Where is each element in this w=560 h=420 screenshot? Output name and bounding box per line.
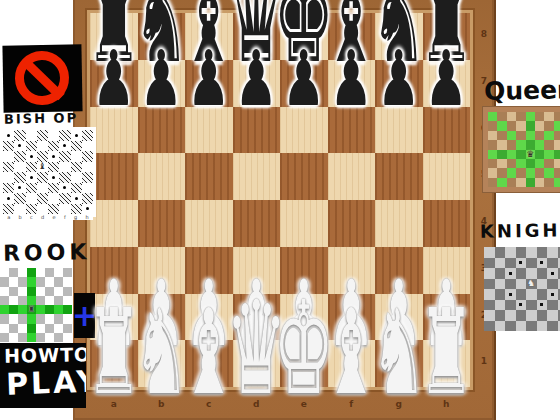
diagram-cell xyxy=(63,277,72,286)
diagram-cell xyxy=(495,247,506,258)
diagram-cell xyxy=(45,314,54,323)
diagram-cell xyxy=(26,151,37,162)
diagram-cell xyxy=(484,268,495,279)
diagram-cell xyxy=(18,268,27,277)
diagram-cell xyxy=(3,183,14,194)
square-c5[interactable] xyxy=(185,153,233,200)
diagram-cell xyxy=(71,151,82,162)
diagram-cell xyxy=(516,247,527,258)
diagram-cell xyxy=(535,150,544,159)
diagram-cell xyxy=(0,287,9,296)
diagram-cell xyxy=(3,130,14,141)
diagram-cell xyxy=(36,268,45,277)
move-dot xyxy=(30,176,33,179)
diagram-cell xyxy=(554,131,560,140)
diagram-cell xyxy=(516,178,525,187)
square-d5[interactable] xyxy=(233,153,281,200)
piece-black-pawn-f7[interactable]: ♟ xyxy=(330,40,373,117)
move-dot xyxy=(75,134,78,137)
bishop-coord-letter: a xyxy=(7,214,10,220)
diagram-cell xyxy=(0,333,9,342)
diagram-cell xyxy=(505,300,516,311)
diagram-cell xyxy=(37,172,48,183)
diagram-piece-rook: ♜ xyxy=(27,305,35,314)
diagram-cell xyxy=(18,314,27,323)
diagram-cell xyxy=(505,321,516,332)
diagram-cell xyxy=(554,178,560,187)
diagram-cell xyxy=(14,193,25,204)
diagram-cell xyxy=(544,131,553,140)
move-dot xyxy=(30,155,33,158)
bishop-coord-letter: b xyxy=(19,214,22,220)
diagram-cell xyxy=(537,289,548,300)
diagram-cell xyxy=(59,183,70,194)
diagram-cell xyxy=(9,305,18,314)
diagram-cell xyxy=(54,305,63,314)
diagram-cell xyxy=(36,305,45,314)
diagram-cell xyxy=(537,310,548,321)
diagram-cell xyxy=(82,172,93,183)
diagram-cell xyxy=(484,258,495,269)
diagram-cell xyxy=(488,140,497,149)
diagram-cell xyxy=(0,296,9,305)
diagram-cell xyxy=(526,258,537,269)
diagram-cell xyxy=(516,131,525,140)
diagram-cell: ♝ xyxy=(37,162,48,173)
diagram-cell xyxy=(547,258,558,269)
how-to-play-line1: HOWTO xyxy=(4,343,86,367)
diagram-cell xyxy=(63,296,72,305)
diagram-cell xyxy=(48,130,59,141)
square-g4[interactable] xyxy=(375,200,423,247)
diagram-cell xyxy=(544,140,553,149)
diagram-cell xyxy=(71,183,82,194)
knight-diagram-label: KNIGHT xyxy=(480,219,560,242)
diagram-cell xyxy=(36,277,45,286)
diagram-cell xyxy=(0,277,9,286)
diagram-cell xyxy=(537,247,548,258)
diagram-cell xyxy=(544,168,553,177)
rank-label-1: 1 xyxy=(475,356,493,366)
chess-tutorial-screen: abcdefgh 87654321 ♜♞♝♛♚♝♞♜♟♟♟♟♟♟♟♟♟♟♟♟♟♟… xyxy=(0,0,560,420)
diagram-cell xyxy=(505,279,516,290)
diagram-cell xyxy=(0,324,9,333)
diagram-cell xyxy=(526,247,537,258)
diagram-cell xyxy=(497,112,506,121)
diagram-cell xyxy=(554,121,560,130)
diagram-cell xyxy=(3,151,14,162)
diagram-cell: ♞ xyxy=(526,279,537,290)
diagram-cell xyxy=(516,121,525,130)
diagram-cell xyxy=(544,159,553,168)
diagram-cell xyxy=(495,321,506,332)
diagram-cell xyxy=(54,296,63,305)
diagram-cell xyxy=(71,162,82,173)
diagram-cell xyxy=(495,289,506,300)
diagram-cell xyxy=(48,151,59,162)
diagram-cell xyxy=(484,247,495,258)
diagram-cell xyxy=(82,204,93,215)
diagram-cell xyxy=(554,159,560,168)
diagram-cell xyxy=(37,151,48,162)
diagram-cell xyxy=(516,289,527,300)
diagram-cell: ♜ xyxy=(27,305,36,314)
move-dot xyxy=(63,186,66,189)
diagram-cell xyxy=(71,130,82,141)
square-h5[interactable] xyxy=(423,153,471,200)
diagram-cell xyxy=(526,159,535,168)
diagram-cell xyxy=(37,130,48,141)
diagram-cell xyxy=(27,287,36,296)
queen-diagram-frame: ♛ xyxy=(482,106,560,193)
diagram-cell xyxy=(63,333,72,342)
bishop-moves-diagram: ♝ xyxy=(3,130,93,214)
diagram-cell xyxy=(516,310,527,321)
diagram-cell xyxy=(18,324,27,333)
diagram-cell xyxy=(26,193,37,204)
diagram-cell xyxy=(36,333,45,342)
diagram-cell xyxy=(3,172,14,183)
diagram-cell xyxy=(27,324,36,333)
diagram-cell xyxy=(63,268,72,277)
move-dot xyxy=(540,261,543,264)
diagram-cell xyxy=(505,310,516,321)
square-a4[interactable] xyxy=(90,200,138,247)
diagram-cell xyxy=(484,321,495,332)
diagram-cell xyxy=(82,141,93,152)
diagram-cell xyxy=(526,168,535,177)
diagram-cell xyxy=(37,193,48,204)
diagram-cell xyxy=(554,112,560,121)
diagram-cell xyxy=(82,130,93,141)
diagram-cell xyxy=(505,289,516,300)
diagram-cell xyxy=(9,287,18,296)
diagram-cell xyxy=(0,314,9,323)
diagram-cell xyxy=(59,151,70,162)
diagram-cell xyxy=(535,131,544,140)
diagram-cell xyxy=(63,305,72,314)
diagram-cell xyxy=(45,324,54,333)
diagram-cell xyxy=(9,314,18,323)
diagram-cell xyxy=(526,300,537,311)
diagram-cell xyxy=(9,333,18,342)
diagram-cell xyxy=(507,121,516,130)
diagram-cell xyxy=(59,204,70,215)
move-dot xyxy=(86,207,89,210)
bishop-coord-letter: e xyxy=(53,214,56,220)
diagram-cell xyxy=(537,258,548,269)
diagram-cell xyxy=(535,178,544,187)
diagram-cell xyxy=(537,268,548,279)
diagram-cell xyxy=(45,268,54,277)
piece-black-pawn-e7[interactable]: ♟ xyxy=(282,40,325,117)
move-dot xyxy=(75,197,78,200)
diagram-cell xyxy=(59,193,70,204)
square-f5[interactable] xyxy=(328,153,376,200)
move-dot xyxy=(18,186,21,189)
diagram-cell xyxy=(45,287,54,296)
piece-black-pawn-a7[interactable]: ♟ xyxy=(92,40,135,117)
diagram-cell xyxy=(507,140,516,149)
diagram-cell xyxy=(497,150,506,159)
diagram-cell xyxy=(0,268,9,277)
piece-black-pawn-c7[interactable]: ♟ xyxy=(187,40,230,117)
diagram-cell xyxy=(9,268,18,277)
diagram-cell xyxy=(488,178,497,187)
diagram-cell xyxy=(82,183,93,194)
diagram-cell xyxy=(37,183,48,194)
bishop-coord-letter: f xyxy=(64,214,66,220)
diagram-cell xyxy=(14,141,25,152)
diagram-cell xyxy=(27,333,36,342)
move-dot xyxy=(519,303,522,306)
diagram-cell xyxy=(48,172,59,183)
diagram-cell xyxy=(54,333,63,342)
diagram-cell xyxy=(45,296,54,305)
queen-moves-diagram: ♛ xyxy=(488,112,560,187)
diagram-cell xyxy=(54,314,63,323)
diagram-cell xyxy=(497,168,506,177)
diagram-cell xyxy=(516,150,525,159)
diagram-cell xyxy=(554,168,560,177)
diagram-cell xyxy=(63,324,72,333)
diagram-cell xyxy=(505,258,516,269)
diagram-cell xyxy=(26,204,37,215)
queen-diagram-label: Queen xyxy=(484,75,560,106)
diagram-cell xyxy=(59,172,70,183)
diagram-cell xyxy=(535,121,544,130)
bishop-coord-letter: d xyxy=(41,214,44,220)
diagram-cell xyxy=(484,300,495,311)
diagram-cell: ♛ xyxy=(526,150,535,159)
diagram-cell xyxy=(505,247,516,258)
diagram-cell xyxy=(547,310,558,321)
diagram-cell xyxy=(9,324,18,333)
diagram-cell xyxy=(9,277,18,286)
diagram-piece-bishop: ♝ xyxy=(38,162,46,171)
diagram-cell xyxy=(36,324,45,333)
diagram-cell xyxy=(544,178,553,187)
diagram-cell xyxy=(48,141,59,152)
move-dot xyxy=(509,293,512,296)
diagram-cell xyxy=(18,305,27,314)
diagram-cell xyxy=(48,193,59,204)
diagram-cell xyxy=(488,131,497,140)
diagram-cell xyxy=(516,168,525,177)
diagram-cell xyxy=(526,131,535,140)
square-a5[interactable] xyxy=(90,153,138,200)
diagram-cell xyxy=(488,168,497,177)
diagram-cell xyxy=(14,162,25,173)
diagram-cell xyxy=(547,268,558,279)
diagram-cell xyxy=(516,258,527,269)
diagram-cell xyxy=(488,121,497,130)
diagram-cell xyxy=(9,296,18,305)
diagram-cell xyxy=(495,258,506,269)
diagram-cell xyxy=(26,162,37,173)
diagram-cell xyxy=(497,178,506,187)
diagram-cell xyxy=(516,268,527,279)
square-b5[interactable] xyxy=(138,153,186,200)
diagram-cell xyxy=(71,204,82,215)
diagram-cell xyxy=(547,300,558,311)
diagram-cell xyxy=(36,296,45,305)
diagram-cell xyxy=(27,277,36,286)
diagram-cell xyxy=(54,268,63,277)
diagram-cell xyxy=(526,310,537,321)
diagram-cell xyxy=(59,162,70,173)
diagram-cell xyxy=(535,168,544,177)
move-dot xyxy=(52,155,55,158)
diagram-cell xyxy=(36,287,45,296)
diagram-cell xyxy=(45,333,54,342)
rank-label-8: 8 xyxy=(475,29,493,39)
move-dot xyxy=(540,303,543,306)
piece-white-rook-h1[interactable]: ♜ xyxy=(418,294,474,412)
diagram-cell xyxy=(516,112,525,121)
diagram-cell xyxy=(54,277,63,286)
diagram-cell xyxy=(14,172,25,183)
diagram-cell xyxy=(547,289,558,300)
diagram-cell xyxy=(37,204,48,215)
diagram-cell xyxy=(537,321,548,332)
diagram-cell xyxy=(82,162,93,173)
diagram-cell xyxy=(3,193,14,204)
diagram-cell xyxy=(45,305,54,314)
diagram-cell xyxy=(488,159,497,168)
diagram-cell xyxy=(507,150,516,159)
diagram-cell xyxy=(516,321,527,332)
move-dot xyxy=(551,293,554,296)
diagram-cell xyxy=(497,159,506,168)
diagram-cell xyxy=(516,140,525,149)
diagram-cell xyxy=(507,159,516,168)
diagram-cell xyxy=(516,159,525,168)
diagram-cell xyxy=(507,131,516,140)
diagram-cell xyxy=(26,183,37,194)
piece-black-pawn-h7[interactable]: ♟ xyxy=(425,40,468,117)
diagram-cell xyxy=(547,279,558,290)
diagram-cell xyxy=(547,247,558,258)
diagram-cell xyxy=(59,141,70,152)
diagram-cell xyxy=(484,289,495,300)
diagram-cell xyxy=(63,287,72,296)
diagram-cell xyxy=(505,268,516,279)
diagram-cell xyxy=(488,150,497,159)
move-dot xyxy=(52,176,55,179)
diagram-cell xyxy=(27,314,36,323)
diagram-cell xyxy=(526,289,537,300)
square-e4[interactable] xyxy=(280,200,328,247)
piece-black-pawn-b7[interactable]: ♟ xyxy=(140,40,183,117)
bishop-coord-letter: g xyxy=(74,214,77,220)
diagram-cell xyxy=(495,310,506,321)
diagram-cell xyxy=(48,183,59,194)
diagram-cell xyxy=(48,162,59,173)
no-entry-sticker[interactable] xyxy=(2,44,82,112)
rook-diagram-label: ROOK xyxy=(3,239,91,266)
diagram-cell xyxy=(484,310,495,321)
move-dot xyxy=(7,197,10,200)
move-dot xyxy=(18,144,21,147)
diagram-cell xyxy=(497,121,506,130)
diagram-cell xyxy=(526,178,535,187)
diagram-cell xyxy=(526,121,535,130)
diagram-cell xyxy=(27,268,36,277)
bishop-coord-letter: h xyxy=(86,214,89,220)
diagram-cell xyxy=(63,314,72,323)
diagram-cell xyxy=(45,277,54,286)
diagram-cell xyxy=(71,172,82,183)
diagram-cell xyxy=(3,141,14,152)
square-c4[interactable] xyxy=(185,200,233,247)
diagram-cell xyxy=(54,324,63,333)
how-to-play-button[interactable]: HOWTO PLAY xyxy=(0,343,86,408)
diagram-cell xyxy=(3,204,14,215)
diagram-cell xyxy=(547,321,558,332)
move-dot xyxy=(509,272,512,275)
diagram-cell xyxy=(59,130,70,141)
diagram-cell xyxy=(507,178,516,187)
diagram-cell xyxy=(544,112,553,121)
diagram-cell xyxy=(495,279,506,290)
square-d4[interactable] xyxy=(233,200,281,247)
diagram-cell xyxy=(26,141,37,152)
diagram-cell xyxy=(535,112,544,121)
diagram-cell xyxy=(507,168,516,177)
diagram-cell xyxy=(18,277,27,286)
square-e5[interactable] xyxy=(280,153,328,200)
diagram-cell xyxy=(537,300,548,311)
diagram-cell xyxy=(71,193,82,204)
diagram-cell xyxy=(526,321,537,332)
piece-black-pawn-d7[interactable]: ♟ xyxy=(235,40,278,117)
diagram-cell xyxy=(36,314,45,323)
diagram-cell xyxy=(535,159,544,168)
square-h4[interactable] xyxy=(423,200,471,247)
square-g5[interactable] xyxy=(375,153,423,200)
diagram-cell xyxy=(26,172,37,183)
diagram-cell xyxy=(26,130,37,141)
diagram-piece-queen: ♛ xyxy=(526,150,534,159)
diagram-cell xyxy=(14,204,25,215)
bishop-diagram-label: BISH OP xyxy=(4,110,78,126)
diagram-cell xyxy=(14,151,25,162)
square-b4[interactable] xyxy=(138,200,186,247)
diagram-cell xyxy=(18,333,27,342)
diagram-cell xyxy=(537,279,548,290)
knight-moves-diagram: ♞ xyxy=(484,247,560,331)
bishop-diagram-coords: abcdefgh xyxy=(3,214,93,220)
diagram-cell xyxy=(544,150,553,159)
diagram-cell xyxy=(497,140,506,149)
diagram-cell xyxy=(516,300,527,311)
diagram-cell xyxy=(497,131,506,140)
piece-black-pawn-g7[interactable]: ♟ xyxy=(377,40,420,117)
diagram-cell xyxy=(484,279,495,290)
diagram-cell xyxy=(526,112,535,121)
move-dot xyxy=(63,144,66,147)
diagram-cell xyxy=(554,140,560,149)
square-f4[interactable] xyxy=(328,200,376,247)
diagram-piece-knight: ♞ xyxy=(527,279,535,288)
diagram-cell xyxy=(516,279,527,290)
diagram-cell xyxy=(535,140,544,149)
how-to-play-line2: PLAY xyxy=(5,363,86,401)
diagram-cell xyxy=(54,287,63,296)
diagram-cell xyxy=(554,150,560,159)
bishop-coord-letter: c xyxy=(30,214,33,220)
